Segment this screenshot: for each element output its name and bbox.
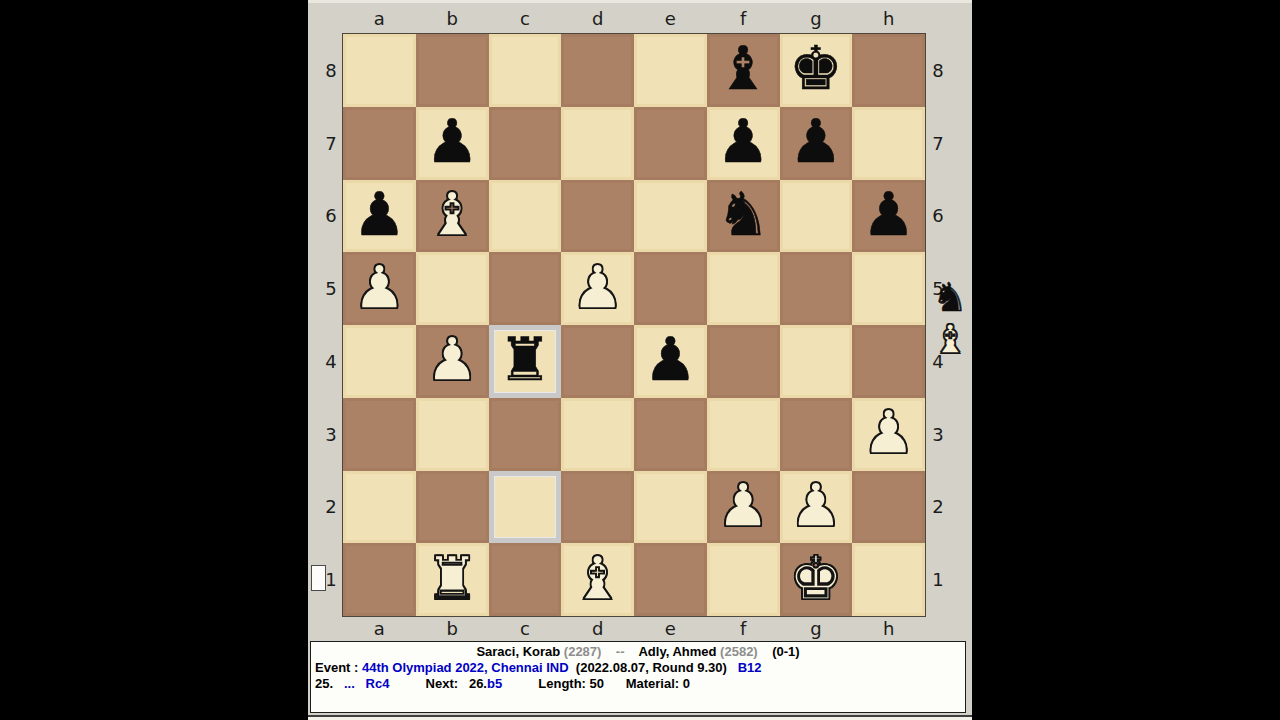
caption-segment: Saraci, Korab: [476, 644, 563, 659]
square-g4[interactable]: [780, 325, 853, 398]
square-a3[interactable]: [343, 398, 416, 471]
black-rook-c4: ♜: [498, 329, 552, 389]
black-knight-f6: ♞: [716, 184, 770, 244]
rank-label-7-right: 7: [929, 107, 947, 180]
square-b1[interactable]: ♜: [416, 543, 489, 616]
file-label-f-bottom: f: [707, 618, 780, 640]
square-g8[interactable]: ♚: [780, 34, 853, 107]
game-info-panel: Saraci, Korab (2287) -- Adly, Ahmed (258…: [310, 641, 966, 713]
square-c5[interactable]: [489, 252, 562, 325]
square-b6[interactable]: ♝: [416, 180, 489, 253]
square-c2[interactable]: [489, 471, 562, 544]
chess-board: ♝♚♟♟♟♟♝♞♟♟♟♟♜♟♟♟♟♜♝♚: [343, 34, 925, 616]
square-b5[interactable]: [416, 252, 489, 325]
square-f2[interactable]: ♟: [707, 471, 780, 544]
square-h6[interactable]: ♟: [852, 180, 925, 253]
black-pawn-a6: ♟: [352, 184, 406, 244]
square-h2[interactable]: [852, 471, 925, 544]
square-c7[interactable]: [489, 107, 562, 180]
caption-line-1: Saraci, Korab (2287) -- Adly, Ahmed (258…: [311, 644, 965, 660]
caption-segment: ... Rc4: [333, 676, 389, 691]
caption-segment: b5: [487, 676, 502, 691]
white-pawn-d5: ♟: [571, 257, 625, 317]
square-d1[interactable]: ♝: [561, 543, 634, 616]
square-g7[interactable]: ♟: [780, 107, 853, 180]
white-bishop-b6: ♝: [425, 184, 479, 244]
square-a5[interactable]: ♟: [343, 252, 416, 325]
square-b3[interactable]: [416, 398, 489, 471]
file-label-b-bottom: b: [416, 618, 489, 640]
white-pawn-a5: ♟: [352, 257, 406, 317]
square-e6[interactable]: [634, 180, 707, 253]
black-pawn-e4: ♟: [643, 329, 697, 389]
white-pawn-f2: ♟: [716, 475, 770, 535]
caption-segment: --: [601, 644, 638, 659]
rank-label-4-left: 4: [322, 325, 340, 398]
square-a6[interactable]: ♟: [343, 180, 416, 253]
square-a1[interactable]: [343, 543, 416, 616]
square-e1[interactable]: [634, 543, 707, 616]
rank-label-2-left: 2: [322, 471, 340, 544]
file-label-c-bottom: c: [489, 618, 562, 640]
square-b8[interactable]: [416, 34, 489, 107]
top-strip: [308, 0, 972, 3]
square-a2[interactable]: [343, 471, 416, 544]
square-c6[interactable]: [489, 180, 562, 253]
file-label-c-top: c: [489, 8, 562, 30]
chess-app-panel: abcdefgh 87654321 ♝♚♟♟♟♟♝♞♟♟♟♟♜♟♟♟♟♜♝♚ 8…: [308, 0, 972, 720]
square-a4[interactable]: [343, 325, 416, 398]
square-g2[interactable]: ♟: [780, 471, 853, 544]
square-f7[interactable]: ♟: [707, 107, 780, 180]
square-e7[interactable]: [634, 107, 707, 180]
white-bishop-d1: ♝: [571, 548, 625, 608]
white-rook-b1: ♜: [425, 548, 479, 608]
file-label-e-top: e: [634, 8, 707, 30]
file-label-b-top: b: [416, 8, 489, 30]
caption-segment: (0-1): [758, 644, 800, 659]
square-f3[interactable]: [707, 398, 780, 471]
black-pawn-b7: ♟: [425, 111, 479, 171]
square-d2[interactable]: [561, 471, 634, 544]
black-pawn-h6: ♟: [862, 184, 916, 244]
caption-segment: 25.: [315, 676, 333, 691]
square-e4[interactable]: ♟: [634, 325, 707, 398]
square-d4[interactable]: [561, 325, 634, 398]
square-h1[interactable]: [852, 543, 925, 616]
square-h5[interactable]: [852, 252, 925, 325]
square-b4[interactable]: ♟: [416, 325, 489, 398]
file-label-a-bottom: a: [343, 618, 416, 640]
square-d3[interactable]: [561, 398, 634, 471]
square-g5[interactable]: [780, 252, 853, 325]
square-g1[interactable]: ♚: [780, 543, 853, 616]
white-king-g1: ♚: [789, 548, 843, 608]
rank-label-6-right: 6: [929, 180, 947, 253]
square-b7[interactable]: ♟: [416, 107, 489, 180]
caption-segment: Adly, Ahmed: [638, 644, 720, 659]
caption-segment: Length: 50 Material: 0: [502, 676, 690, 691]
rank-label-8-right: 8: [929, 34, 947, 107]
square-f5[interactable]: [707, 252, 780, 325]
rank-labels-left: 87654321: [322, 34, 340, 616]
rank-label-7-left: 7: [322, 107, 340, 180]
rank-label-5-left: 5: [322, 252, 340, 325]
square-c8[interactable]: [489, 34, 562, 107]
file-label-h-top: h: [852, 8, 925, 30]
rank-label-3-right: 3: [929, 398, 947, 471]
white-pawn-h3: ♟: [862, 402, 916, 462]
material-imbalance-pieces: ♞♝: [928, 276, 972, 360]
white-pawn-b4: ♟: [425, 329, 479, 389]
caption-segment: (2287): [564, 644, 602, 659]
rank-label-3-left: 3: [322, 398, 340, 471]
caption-line-3: 25. ... Rc4 Next: 26.b5 Length: 50 Mater…: [311, 676, 965, 692]
square-g3[interactable]: [780, 398, 853, 471]
square-h3[interactable]: ♟: [852, 398, 925, 471]
square-e8[interactable]: [634, 34, 707, 107]
square-a8[interactable]: [343, 34, 416, 107]
caption-segment: 44th Olympiad 2022, Chennai IND: [362, 660, 569, 675]
black-king-g8: ♚: [789, 38, 843, 98]
caption-segment: B12: [738, 660, 762, 675]
file-labels-top: abcdefgh: [343, 8, 925, 30]
square-f4[interactable]: [707, 325, 780, 398]
white-to-move-indicator: [311, 565, 326, 591]
square-d5[interactable]: ♟: [561, 252, 634, 325]
caption-segment: (2582): [720, 644, 758, 659]
white-pawn-g2: ♟: [789, 475, 843, 535]
file-labels-bottom: abcdefgh: [343, 618, 925, 640]
square-d8[interactable]: [561, 34, 634, 107]
square-e2[interactable]: [634, 471, 707, 544]
square-c4[interactable]: ♜: [489, 325, 562, 398]
file-label-d-bottom: d: [561, 618, 634, 640]
file-label-f-top: f: [707, 8, 780, 30]
side-piece-black-knight: ♞: [932, 276, 968, 318]
caption-line-2: Event : 44th Olympiad 2022, Chennai IND …: [311, 660, 965, 676]
file-label-a-top: a: [343, 8, 416, 30]
square-d7[interactable]: [561, 107, 634, 180]
file-label-h-bottom: h: [852, 618, 925, 640]
caption-segment: Event :: [315, 660, 362, 675]
square-h8[interactable]: [852, 34, 925, 107]
square-f8[interactable]: ♝: [707, 34, 780, 107]
black-pawn-f7: ♟: [716, 111, 770, 171]
square-e5[interactable]: [634, 252, 707, 325]
square-e3[interactable]: [634, 398, 707, 471]
caption-segment: (2022.08.07, Round 9.30): [569, 660, 738, 675]
rank-label-6-left: 6: [322, 180, 340, 253]
rank-label-1-right: 1: [929, 543, 947, 616]
square-c3[interactable]: [489, 398, 562, 471]
black-bishop-f8: ♝: [716, 38, 770, 98]
square-g6[interactable]: [780, 180, 853, 253]
square-h7[interactable]: [852, 107, 925, 180]
file-label-g-top: g: [780, 8, 853, 30]
file-label-d-top: d: [561, 8, 634, 30]
square-b2[interactable]: [416, 471, 489, 544]
file-label-g-bottom: g: [780, 618, 853, 640]
caption-segment: Next: 26.: [389, 676, 487, 691]
rank-label-8-left: 8: [322, 34, 340, 107]
square-c1[interactable]: [489, 543, 562, 616]
file-label-e-bottom: e: [634, 618, 707, 640]
square-f6[interactable]: ♞: [707, 180, 780, 253]
rank-label-2-right: 2: [929, 471, 947, 544]
square-a7[interactable]: [343, 107, 416, 180]
square-f1[interactable]: [707, 543, 780, 616]
side-piece-white-bishop: ♝: [932, 318, 968, 360]
square-d6[interactable]: [561, 180, 634, 253]
square-h4[interactable]: [852, 325, 925, 398]
black-pawn-g7: ♟: [789, 111, 843, 171]
